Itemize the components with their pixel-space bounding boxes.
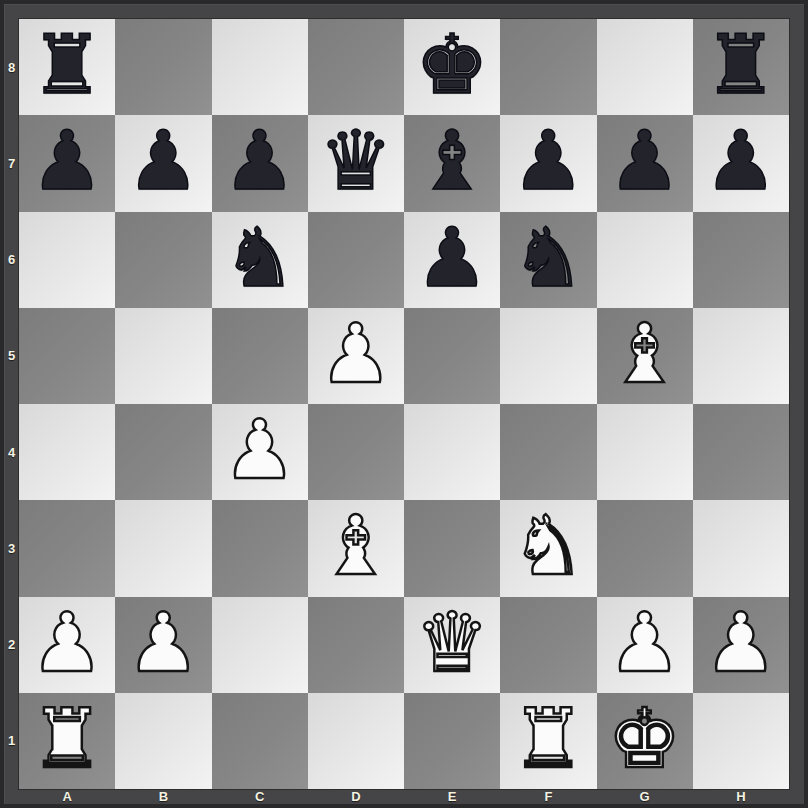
file-labels: ABCDEFGH [19, 789, 789, 804]
white-bishop-icon[interactable]: ♝ [608, 308, 682, 402]
square-b5[interactable] [115, 308, 211, 404]
file-label-c: C [212, 789, 308, 804]
square-e5[interactable] [404, 308, 500, 404]
square-e8[interactable]: ♚ [404, 19, 500, 115]
square-h7[interactable]: ♟ [693, 115, 789, 211]
square-g1[interactable]: ♚ [597, 693, 693, 789]
white-rook-icon[interactable]: ♜ [30, 693, 104, 787]
square-g2[interactable]: ♟ [597, 597, 693, 693]
black-bishop-icon[interactable]: ♝ [415, 115, 489, 209]
square-h4[interactable] [693, 404, 789, 500]
rank-labels: 87654321 [4, 19, 19, 789]
file-label-e: E [404, 789, 500, 804]
square-a1[interactable]: ♜ [19, 693, 115, 789]
square-b1[interactable] [115, 693, 211, 789]
square-f1[interactable]: ♜ [500, 693, 596, 789]
square-b3[interactable] [115, 500, 211, 596]
file-label-b: B [115, 789, 211, 804]
square-c3[interactable] [212, 500, 308, 596]
file-label-d: D [308, 789, 404, 804]
square-a2[interactable]: ♟ [19, 597, 115, 693]
square-a3[interactable] [19, 500, 115, 596]
square-b4[interactable] [115, 404, 211, 500]
rank-label-6: 6 [4, 212, 19, 308]
file-label-h: H [693, 789, 789, 804]
black-pawn-icon[interactable]: ♟ [512, 115, 586, 209]
square-d7[interactable]: ♛ [308, 115, 404, 211]
black-queen-icon[interactable]: ♛ [319, 115, 393, 209]
square-c4[interactable]: ♟ [212, 404, 308, 500]
rank-label-7: 7 [4, 115, 19, 211]
file-label-a: A [19, 789, 115, 804]
square-h1[interactable] [693, 693, 789, 789]
black-rook-icon[interactable]: ♜ [30, 19, 104, 113]
square-f4[interactable] [500, 404, 596, 500]
white-pawn-icon[interactable]: ♟ [608, 597, 682, 691]
square-e1[interactable] [404, 693, 500, 789]
square-c8[interactable] [212, 19, 308, 115]
square-f5[interactable] [500, 308, 596, 404]
square-b6[interactable] [115, 212, 211, 308]
square-d5[interactable]: ♟ [308, 308, 404, 404]
square-g7[interactable]: ♟ [597, 115, 693, 211]
square-a8[interactable]: ♜ [19, 19, 115, 115]
square-c6[interactable]: ♞ [212, 212, 308, 308]
square-g4[interactable] [597, 404, 693, 500]
black-king-icon[interactable]: ♚ [415, 19, 489, 113]
square-d6[interactable] [308, 212, 404, 308]
rank-label-4: 4 [4, 404, 19, 500]
square-c2[interactable] [212, 597, 308, 693]
rank-label-3: 3 [4, 500, 19, 596]
black-knight-icon[interactable]: ♞ [223, 212, 297, 306]
square-f3[interactable]: ♞ [500, 500, 596, 596]
square-d3[interactable]: ♝ [308, 500, 404, 596]
square-h2[interactable]: ♟ [693, 597, 789, 693]
square-e7[interactable]: ♝ [404, 115, 500, 211]
chess-board-frame: 87654321 ABCDEFGH ♜♚♜♟♟♟♛♝♟♟♟♞♟♞♟♝♟♝♞♟♟♛… [4, 4, 804, 804]
white-rook-icon[interactable]: ♜ [512, 693, 586, 787]
square-h3[interactable] [693, 500, 789, 596]
rank-label-8: 8 [4, 19, 19, 115]
square-b2[interactable]: ♟ [115, 597, 211, 693]
square-f2[interactable] [500, 597, 596, 693]
square-h6[interactable] [693, 212, 789, 308]
square-h8[interactable]: ♜ [693, 19, 789, 115]
white-pawn-icon[interactable]: ♟ [30, 597, 104, 691]
chess-board: ♜♚♜♟♟♟♛♝♟♟♟♞♟♞♟♝♟♝♞♟♟♛♟♟♜♜♚ [19, 19, 789, 789]
square-b8[interactable] [115, 19, 211, 115]
white-pawn-icon[interactable]: ♟ [319, 308, 393, 402]
rank-label-2: 2 [4, 597, 19, 693]
square-a5[interactable] [19, 308, 115, 404]
white-pawn-icon[interactable]: ♟ [704, 597, 778, 691]
square-c7[interactable]: ♟ [212, 115, 308, 211]
square-d1[interactable] [308, 693, 404, 789]
square-f8[interactable] [500, 19, 596, 115]
black-rook-icon[interactable]: ♜ [704, 19, 778, 113]
black-pawn-icon[interactable]: ♟ [127, 115, 201, 209]
black-pawn-icon[interactable]: ♟ [415, 212, 489, 306]
square-g8[interactable] [597, 19, 693, 115]
square-d4[interactable] [308, 404, 404, 500]
square-g3[interactable] [597, 500, 693, 596]
square-e6[interactable]: ♟ [404, 212, 500, 308]
black-knight-icon[interactable]: ♞ [512, 212, 586, 306]
white-knight-icon[interactable]: ♞ [512, 500, 586, 594]
white-queen-icon[interactable]: ♛ [415, 597, 489, 691]
square-d2[interactable] [308, 597, 404, 693]
square-a7[interactable]: ♟ [19, 115, 115, 211]
white-bishop-icon[interactable]: ♝ [319, 500, 393, 594]
square-e4[interactable] [404, 404, 500, 500]
white-king-icon[interactable]: ♚ [608, 693, 682, 787]
file-label-f: F [500, 789, 596, 804]
square-e2[interactable]: ♛ [404, 597, 500, 693]
black-pawn-icon[interactable]: ♟ [223, 115, 297, 209]
square-c1[interactable] [212, 693, 308, 789]
square-f6[interactable]: ♞ [500, 212, 596, 308]
square-a4[interactable] [19, 404, 115, 500]
file-label-g: G [597, 789, 693, 804]
square-g6[interactable] [597, 212, 693, 308]
white-pawn-icon[interactable]: ♟ [127, 597, 201, 691]
white-pawn-icon[interactable]: ♟ [223, 404, 297, 498]
square-g5[interactable]: ♝ [597, 308, 693, 404]
square-d8[interactable] [308, 19, 404, 115]
square-c5[interactable] [212, 308, 308, 404]
rank-label-1: 1 [4, 693, 19, 789]
rank-label-5: 5 [4, 308, 19, 404]
square-f7[interactable]: ♟ [500, 115, 596, 211]
square-a6[interactable] [19, 212, 115, 308]
chessboard-widget: 87654321 ABCDEFGH ♜♚♜♟♟♟♛♝♟♟♟♞♟♞♟♝♟♝♞♟♟♛… [0, 0, 808, 808]
black-pawn-icon[interactable]: ♟ [30, 115, 104, 209]
black-pawn-icon[interactable]: ♟ [704, 115, 778, 209]
square-h5[interactable] [693, 308, 789, 404]
square-e3[interactable] [404, 500, 500, 596]
square-b7[interactable]: ♟ [115, 115, 211, 211]
black-pawn-icon[interactable]: ♟ [608, 115, 682, 209]
